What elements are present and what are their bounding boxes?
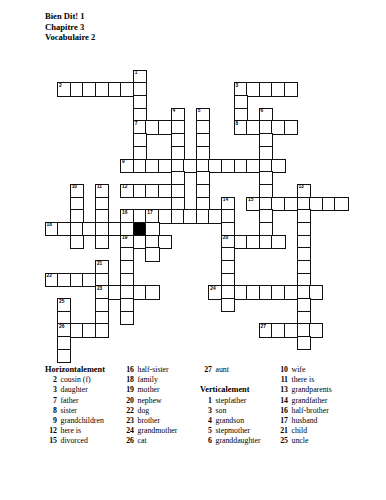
- clue-item-number: 2: [45, 375, 57, 385]
- clue-item-text: wife: [292, 365, 306, 375]
- title-line-book: Bien Dit! 1: [45, 11, 95, 22]
- clue-item: 23brother: [122, 416, 177, 426]
- clue-item-number: 15: [45, 436, 57, 446]
- clue-item-number: 22: [122, 406, 134, 416]
- clue-item: 22dog: [122, 406, 177, 416]
- clue-item-text: half-brother: [292, 406, 329, 416]
- clue-number: 18: [47, 222, 52, 229]
- clue-number: 19: [122, 235, 127, 242]
- grid-cell[interactable]: [309, 285, 323, 299]
- clue-item: 2cousin (f): [45, 375, 105, 385]
- clue-number: 12: [122, 184, 127, 191]
- clue-item: 7father: [45, 396, 105, 406]
- clue-number: 14: [223, 197, 228, 204]
- page: Bien Dit! 1 Chapitre 3 Vocabulaire 2 123…: [0, 0, 386, 500]
- clue-number: 10: [72, 184, 77, 191]
- clue-item-number: 7: [45, 396, 57, 406]
- clue-number: 17: [147, 210, 152, 217]
- clue-item: 15divorced: [45, 436, 105, 446]
- clue-item: 5stepmother: [200, 426, 261, 436]
- grid-cell[interactable]: [284, 82, 298, 96]
- clue-item-number: 27: [200, 365, 212, 375]
- clue-item-number: 24: [122, 426, 134, 436]
- clue-number: 13: [298, 184, 303, 191]
- clue-item-text: half-sister: [138, 365, 169, 375]
- clue-item-text: grandson: [216, 416, 245, 426]
- clue-item: 4grandson: [200, 416, 261, 426]
- clue-item-number: 17: [276, 416, 288, 426]
- clue-item: 20nephew: [122, 396, 177, 406]
- clue-item-number: 1: [200, 396, 212, 406]
- clue-column-2: 16half-sister18family19mother20nephew22d…: [122, 365, 177, 447]
- clue-number: 2: [59, 83, 62, 90]
- grid-cell[interactable]: [158, 235, 172, 249]
- clue-number: 3: [235, 83, 238, 90]
- clue-item-number: 9: [45, 416, 57, 426]
- clue-number: 4: [172, 108, 175, 115]
- clue-item: 12here is: [45, 426, 105, 436]
- clue-item-text: here is: [61, 426, 82, 436]
- clue-item-text: aunt: [216, 365, 229, 375]
- clue-item: 19mother: [122, 385, 177, 395]
- clue-item-number: 19: [122, 385, 134, 395]
- clue-column-1: Horizontalement2cousin (f)3daughter7fath…: [45, 365, 105, 447]
- title-line-chapter: Chapitre 3: [45, 22, 95, 33]
- clue-item-number: 14: [276, 396, 288, 406]
- clue-number: 23: [97, 286, 102, 293]
- grid-cell[interactable]: [334, 197, 348, 211]
- clue-number: 6: [261, 108, 264, 115]
- clue-number: 21: [97, 261, 102, 268]
- grid-cell[interactable]: [95, 323, 109, 337]
- blank-row: [200, 375, 261, 385]
- clue-number: 11: [97, 184, 102, 191]
- clue-list-header: Verticalement: [200, 385, 261, 395]
- worksheet-title: Bien Dit! 1 Chapitre 3 Vocabulaire 2: [45, 11, 95, 43]
- clue-item-text: cat: [138, 436, 147, 446]
- clue-item-number: 3: [45, 385, 57, 395]
- clue-item: 16half-sister: [122, 365, 177, 375]
- clue-item: 10wife: [276, 365, 332, 375]
- title-line-vocab: Vocabulaire 2: [45, 32, 95, 43]
- grid-cell[interactable]: [284, 120, 298, 134]
- grid-cell[interactable]: [221, 298, 235, 312]
- clue-number: 9: [122, 159, 125, 166]
- clue-item-text: sister: [61, 406, 77, 416]
- clue-number: 1: [135, 70, 138, 77]
- clue-item-text: grandchildren: [61, 416, 104, 426]
- clue-item: 14grandfather: [276, 396, 332, 406]
- clue-item-number: 13: [276, 385, 288, 395]
- clue-number: 5: [198, 108, 201, 115]
- clue-item-text: nephew: [138, 396, 162, 406]
- clue-item-text: brother: [138, 416, 161, 426]
- clue-item-number: 6: [200, 436, 212, 446]
- clue-item: 3son: [200, 406, 261, 416]
- clue-item: 26cat: [122, 436, 177, 446]
- crossword-grid: 1234567891011121314151617181920212223242…: [46, 71, 348, 363]
- grid-cell[interactable]: [145, 247, 159, 261]
- clue-item: 6granddaughter: [200, 436, 261, 446]
- clue-column-3: 27auntVerticalement1stepfather3son4grand…: [200, 365, 261, 447]
- clue-item-number: 3: [200, 406, 212, 416]
- clue-number: 26: [59, 324, 64, 331]
- clue-item: 27aunt: [200, 365, 261, 375]
- clue-item-text: divorced: [61, 436, 88, 446]
- grid-cell[interactable]: [297, 336, 311, 350]
- clue-item: 11there is: [276, 375, 332, 385]
- clue-item: 1stepfather: [200, 396, 261, 406]
- clue-item-text: grandfather: [292, 396, 328, 406]
- grid-cell[interactable]: [271, 159, 285, 173]
- grid-cell[interactable]: [120, 311, 134, 325]
- clue-item: 21child: [276, 426, 332, 436]
- clue-item-number: 12: [45, 426, 57, 436]
- clue-number: 22: [47, 273, 52, 280]
- clue-item-number: 11: [276, 375, 288, 385]
- clue-item-number: 21: [276, 426, 288, 436]
- clue-item: 25uncle: [276, 436, 332, 446]
- clue-item-text: uncle: [292, 436, 309, 446]
- clue-number: 16: [122, 210, 127, 217]
- clue-item-text: father: [61, 396, 79, 406]
- clue-item: 9grandchildren: [45, 416, 105, 426]
- clue-item-text: daughter: [61, 385, 88, 395]
- grid-cell[interactable]: [57, 349, 71, 363]
- clue-item: 24grandmother: [122, 426, 177, 436]
- clue-number: 27: [261, 324, 266, 331]
- clue-item-text: stepfather: [216, 396, 247, 406]
- clue-item-number: 5: [200, 426, 212, 436]
- clue-item-text: grandmother: [138, 426, 178, 436]
- clue-item-text: son: [216, 406, 227, 416]
- clue-list-header: Horizontalement: [45, 365, 105, 375]
- grid-cell[interactable]: [70, 235, 84, 249]
- grid-cell[interactable]: [309, 323, 323, 337]
- clue-item-text: mother: [138, 385, 160, 395]
- clue-item: 18family: [122, 375, 177, 385]
- clue-number: 15: [248, 197, 253, 204]
- clue-number: 20: [223, 235, 228, 242]
- clue-item: 3daughter: [45, 385, 105, 395]
- clue-item-text: husband: [292, 416, 318, 426]
- clue-item-text: cousin (f): [61, 375, 91, 385]
- grid-cell[interactable]: [145, 285, 159, 299]
- clue-item-text: stepmother: [216, 426, 251, 436]
- clue-item-text: child: [292, 426, 308, 436]
- clue-item-number: 16: [276, 406, 288, 416]
- grid-cell[interactable]: [271, 235, 285, 249]
- clue-item: 16half-brother: [276, 406, 332, 416]
- clue-item-number: 18: [122, 375, 134, 385]
- clue-item: 17husband: [276, 416, 332, 426]
- clue-item: 13grandparents: [276, 385, 332, 395]
- grid-cell[interactable]: [95, 235, 109, 249]
- clue-item-number: 10: [276, 365, 288, 375]
- clue-number: 8: [235, 121, 238, 128]
- clue-item-text: granddaughter: [216, 436, 261, 446]
- clue-item-number: 25: [276, 436, 288, 446]
- clue-item-number: 8: [45, 406, 57, 416]
- clue-number: 24: [210, 286, 215, 293]
- clue-item: 8sister: [45, 406, 105, 416]
- clue-column-4: 10wife11there is13grandparents14grandfat…: [276, 365, 332, 447]
- clue-item-text: grandparents: [292, 385, 332, 395]
- clue-item-text: family: [138, 375, 158, 385]
- clue-number: 7: [135, 121, 138, 128]
- clue-item-number: 4: [200, 416, 212, 426]
- clue-item-text: there is: [292, 375, 315, 385]
- clue-item-number: 20: [122, 396, 134, 406]
- clue-item-number: 23: [122, 416, 134, 426]
- clue-item-text: dog: [138, 406, 150, 416]
- clue-item-number: 16: [122, 365, 134, 375]
- clue-item-number: 26: [122, 436, 134, 446]
- clue-number: 25: [59, 299, 64, 306]
